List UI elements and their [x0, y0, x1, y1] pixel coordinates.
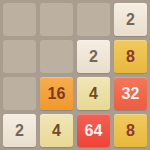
- cell-r0c1: [40, 3, 73, 36]
- cell-r3c3: 8: [114, 114, 147, 147]
- tile-4: 4: [40, 114, 73, 147]
- tile-8: 8: [114, 40, 147, 73]
- tile-64: 64: [77, 114, 110, 147]
- cell-r3c0: 2: [3, 114, 36, 147]
- cell-r1c2: 2: [77, 40, 110, 73]
- tile-16: 16: [40, 77, 73, 110]
- 2048-board[interactable]: 2 2 8 16 4 32 2 4 64 8: [0, 0, 150, 150]
- cell-r2c1: 16: [40, 77, 73, 110]
- cell-r2c3: 32: [114, 77, 147, 110]
- cell-r2c2: 4: [77, 77, 110, 110]
- cell-r3c2: 64: [77, 114, 110, 147]
- tile-2: 2: [114, 3, 147, 36]
- tile-2: 2: [77, 40, 110, 73]
- cell-r0c2: [77, 3, 110, 36]
- cell-r0c3: 2: [114, 3, 147, 36]
- cell-r1c3: 8: [114, 40, 147, 73]
- cell-r1c0: [3, 40, 36, 73]
- tile-8: 8: [114, 114, 147, 147]
- tile-2: 2: [3, 114, 36, 147]
- tile-32: 32: [114, 77, 147, 110]
- cell-r3c1: 4: [40, 114, 73, 147]
- cell-r0c0: [3, 3, 36, 36]
- cell-r1c1: [40, 40, 73, 73]
- tile-4: 4: [77, 77, 110, 110]
- cell-r2c0: [3, 77, 36, 110]
